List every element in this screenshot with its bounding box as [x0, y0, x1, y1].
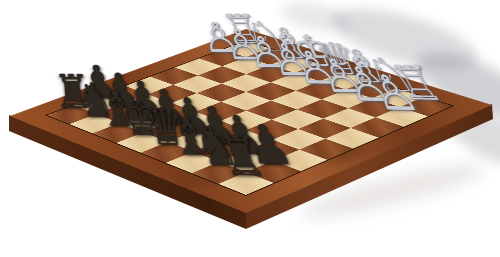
- square-a8[interactable]: ♜: [218, 172, 273, 195]
- playing-area: ♖♘♗♔♕♗♘♖♙♙♙♙♙♙♙♙♟♟♟♟♟♟♟♟♜♞♝♚♛♝♞♜: [45, 40, 455, 196]
- chess-set-photo: ♖♘♗♔♕♗♘♖♙♙♙♙♙♙♙♙♟♟♟♟♟♟♟♟♜♞♝♚♛♝♞♜: [0, 0, 500, 257]
